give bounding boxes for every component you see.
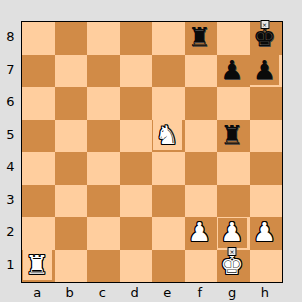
rank-label-2: 2: [3, 224, 18, 239]
file-label-f: f: [192, 285, 207, 300]
black-pawn-tile: ♟: [218, 55, 247, 85]
square-f2[interactable]: ♟: [185, 217, 218, 250]
file-label-a: a: [30, 285, 45, 300]
black-pawn-piece[interactable]: ♟: [220, 56, 243, 85]
square-a6[interactable]: [22, 87, 55, 120]
square-f1[interactable]: [185, 250, 218, 283]
black-king-tile: ♚×: [250, 23, 279, 53]
square-c4[interactable]: [87, 152, 120, 185]
square-c1[interactable]: [87, 250, 120, 283]
square-h1[interactable]: [250, 250, 283, 283]
rank-label-4: 4: [3, 159, 18, 174]
square-d8[interactable]: [120, 22, 153, 55]
white-rook-piece[interactable]: ♜: [25, 251, 48, 280]
black-pawn-piece[interactable]: ♟: [253, 56, 276, 85]
square-g4[interactable]: [217, 152, 250, 185]
square-e5[interactable]: ♞: [152, 120, 185, 153]
square-h4[interactable]: [250, 152, 283, 185]
square-a7[interactable]: [22, 55, 55, 88]
file-label-e: e: [160, 285, 175, 300]
square-d1[interactable]: [120, 250, 153, 283]
white-knight-tile: ♞: [153, 120, 182, 150]
white-pawn-tile: ♟: [250, 218, 279, 248]
white-pawn-tile: ♟: [185, 218, 214, 248]
black-rook-tile: ♜: [185, 23, 214, 53]
square-e4[interactable]: [152, 152, 185, 185]
rank-label-7: 7: [3, 62, 18, 77]
square-d6[interactable]: [120, 87, 153, 120]
rank-label-6: 6: [3, 94, 18, 109]
square-b8[interactable]: [55, 22, 88, 55]
square-e6[interactable]: [152, 87, 185, 120]
square-d2[interactable]: [120, 217, 153, 250]
white-pawn-tile: ♟: [218, 218, 247, 248]
file-label-g: g: [225, 285, 240, 300]
square-b4[interactable]: [55, 152, 88, 185]
square-c2[interactable]: [87, 217, 120, 250]
square-g1[interactable]: ♚×: [217, 250, 250, 283]
square-d3[interactable]: [120, 185, 153, 218]
square-b3[interactable]: [55, 185, 88, 218]
square-h6[interactable]: [250, 87, 283, 120]
square-b5[interactable]: [55, 120, 88, 153]
page-background: 87654321abcdefgh ♜♚×♟♟♞♜♟♟♟♜♚×: [0, 0, 302, 302]
king-cross-finial-icon: ×: [260, 20, 269, 29]
black-rook-piece[interactable]: ♜: [220, 121, 243, 150]
king-cross-finial-icon: ×: [228, 247, 237, 256]
file-label-c: c: [95, 285, 110, 300]
rank-label-1: 1: [3, 257, 18, 272]
square-a8[interactable]: [22, 22, 55, 55]
white-pawn-piece[interactable]: ♟: [188, 218, 211, 247]
black-pawn-tile: ♟: [250, 55, 279, 85]
file-label-d: d: [127, 285, 142, 300]
square-a4[interactable]: [22, 152, 55, 185]
square-h8[interactable]: ♚×: [250, 22, 283, 55]
file-label-b: b: [62, 285, 77, 300]
square-h7[interactable]: ♟: [250, 55, 283, 88]
square-e3[interactable]: [152, 185, 185, 218]
chess-board: ♜♚×♟♟♞♜♟♟♟♜♚×: [21, 21, 283, 283]
square-d4[interactable]: [120, 152, 153, 185]
square-e2[interactable]: [152, 217, 185, 250]
white-pawn-piece[interactable]: ♟: [220, 218, 243, 247]
square-g3[interactable]: [217, 185, 250, 218]
square-c8[interactable]: [87, 22, 120, 55]
square-b1[interactable]: [55, 250, 88, 283]
white-knight-piece[interactable]: ♞: [155, 121, 178, 150]
square-c3[interactable]: [87, 185, 120, 218]
square-e8[interactable]: [152, 22, 185, 55]
square-f7[interactable]: [185, 55, 218, 88]
square-h5[interactable]: [250, 120, 283, 153]
black-rook-tile: ♜: [218, 120, 247, 150]
file-label-h: h: [257, 285, 272, 300]
white-rook-tile: ♜: [23, 250, 52, 280]
square-f8[interactable]: ♜: [185, 22, 218, 55]
square-b7[interactable]: [55, 55, 88, 88]
rank-label-5: 5: [3, 127, 18, 142]
square-e7[interactable]: [152, 55, 185, 88]
square-a3[interactable]: [22, 185, 55, 218]
square-h3[interactable]: [250, 185, 283, 218]
square-h2[interactable]: ♟: [250, 217, 283, 250]
square-f4[interactable]: [185, 152, 218, 185]
white-pawn-piece[interactable]: ♟: [253, 218, 276, 247]
black-rook-piece[interactable]: ♜: [188, 23, 211, 52]
rank-label-8: 8: [3, 29, 18, 44]
square-f3[interactable]: [185, 185, 218, 218]
square-g8[interactable]: [217, 22, 250, 55]
square-a1[interactable]: ♜: [22, 250, 55, 283]
square-b6[interactable]: [55, 87, 88, 120]
square-c5[interactable]: [87, 120, 120, 153]
white-king-tile: ♚×: [218, 250, 247, 280]
square-d7[interactable]: [120, 55, 153, 88]
square-c6[interactable]: [87, 87, 120, 120]
square-g5[interactable]: ♜: [217, 120, 250, 153]
square-a2[interactable]: [22, 217, 55, 250]
square-f5[interactable]: [185, 120, 218, 153]
square-g6[interactable]: [217, 87, 250, 120]
square-c7[interactable]: [87, 55, 120, 88]
square-d5[interactable]: [120, 120, 153, 153]
square-f6[interactable]: [185, 87, 218, 120]
square-b2[interactable]: [55, 217, 88, 250]
square-e1[interactable]: [152, 250, 185, 283]
square-g2[interactable]: ♟: [217, 217, 250, 250]
rank-label-3: 3: [3, 192, 18, 207]
square-a5[interactable]: [22, 120, 55, 153]
square-g7[interactable]: ♟: [217, 55, 250, 88]
